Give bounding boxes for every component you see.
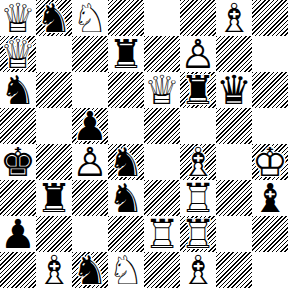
square-e2[interactable]: ♜♖ — [144, 216, 180, 252]
square-h2[interactable] — [252, 216, 288, 252]
black-queen-icon: ♛ — [216, 72, 252, 108]
black-pawn[interactable]: ♟♟ — [0, 216, 36, 252]
white-knight[interactable]: ♞♘ — [72, 0, 108, 36]
square-c4[interactable]: ♟♙ — [72, 144, 108, 180]
square-g6[interactable]: ♛♛ — [216, 72, 252, 108]
white-bishop[interactable]: ♝♗ — [216, 0, 252, 36]
square-e8[interactable] — [144, 0, 180, 36]
white-knight-icon: ♘ — [108, 252, 144, 288]
black-pawn-icon: ♟ — [0, 216, 36, 252]
square-c1[interactable]: ♞♞ — [72, 252, 108, 288]
black-rook[interactable]: ♜♜ — [180, 72, 216, 108]
black-knight[interactable]: ♞♞ — [72, 252, 108, 288]
black-queen[interactable]: ♛♛ — [216, 72, 252, 108]
square-d7[interactable]: ♜♜ — [108, 36, 144, 72]
square-h6[interactable] — [252, 72, 288, 108]
square-d6[interactable] — [108, 72, 144, 108]
square-g5[interactable] — [216, 108, 252, 144]
black-knight-icon: ♞ — [108, 180, 144, 216]
square-a6[interactable]: ♞♞ — [0, 72, 36, 108]
square-c3[interactable] — [72, 180, 108, 216]
square-e1[interactable] — [144, 252, 180, 288]
black-knight-icon: ♞ — [72, 252, 108, 288]
black-knight-icon: ♞ — [36, 0, 72, 36]
white-knight[interactable]: ♞♘ — [108, 252, 144, 288]
square-g2[interactable] — [216, 216, 252, 252]
square-g8[interactable]: ♝♗ — [216, 0, 252, 36]
white-knight-icon: ♘ — [72, 0, 108, 36]
square-h7[interactable] — [252, 36, 288, 72]
black-rook-icon: ♜ — [180, 72, 216, 108]
square-a2[interactable]: ♟♟ — [0, 216, 36, 252]
square-e6[interactable]: ♛♕ — [144, 72, 180, 108]
white-bishop[interactable]: ♝♗ — [36, 252, 72, 288]
square-e4[interactable] — [144, 144, 180, 180]
square-h3[interactable]: ♝♝ — [252, 180, 288, 216]
square-e5[interactable] — [144, 108, 180, 144]
square-h1[interactable] — [252, 252, 288, 288]
black-rook[interactable]: ♜♜ — [36, 180, 72, 216]
square-f6[interactable]: ♜♜ — [180, 72, 216, 108]
square-b3[interactable]: ♜♜ — [36, 180, 72, 216]
square-g4[interactable] — [216, 144, 252, 180]
white-bishop[interactable]: ♝♗ — [180, 252, 216, 288]
black-knight[interactable]: ♞♞ — [36, 0, 72, 36]
black-king[interactable]: ♚♚ — [0, 144, 36, 180]
square-g1[interactable] — [216, 252, 252, 288]
square-g3[interactable] — [216, 180, 252, 216]
square-c8[interactable]: ♞♘ — [72, 0, 108, 36]
black-rook[interactable]: ♜♜ — [108, 36, 144, 72]
white-bishop-icon: ♗ — [180, 252, 216, 288]
square-a1[interactable] — [0, 252, 36, 288]
white-rook[interactable]: ♜♖ — [144, 216, 180, 252]
black-knight[interactable]: ♞♞ — [0, 72, 36, 108]
white-pawn[interactable]: ♟♙ — [72, 144, 108, 180]
white-bishop-icon: ♗ — [36, 252, 72, 288]
square-d1[interactable]: ♞♘ — [108, 252, 144, 288]
black-bishop-icon: ♝ — [252, 180, 288, 216]
square-b7[interactable] — [36, 36, 72, 72]
square-b6[interactable] — [36, 72, 72, 108]
white-pawn-icon: ♙ — [72, 144, 108, 180]
black-knight[interactable]: ♞♞ — [108, 180, 144, 216]
square-d3[interactable]: ♞♞ — [108, 180, 144, 216]
square-c7[interactable] — [72, 36, 108, 72]
white-queen-icon: ♕ — [144, 72, 180, 108]
square-a4[interactable]: ♚♚ — [0, 144, 36, 180]
square-h8[interactable] — [252, 0, 288, 36]
black-king-icon: ♚ — [0, 144, 36, 180]
black-rook-icon: ♜ — [36, 180, 72, 216]
square-f1[interactable]: ♝♗ — [180, 252, 216, 288]
square-b1[interactable]: ♝♗ — [36, 252, 72, 288]
white-queen[interactable]: ♛♕ — [144, 72, 180, 108]
square-b5[interactable] — [36, 108, 72, 144]
chessboard: ♛♕♞♞♞♘♝♗♛♕♜♜♟♙♞♞♛♕♜♜♛♛♟♟♚♚♟♙♞♞♝♗♚♔♜♜♞♞♜♖… — [0, 0, 288, 288]
square-b8[interactable]: ♞♞ — [36, 0, 72, 36]
white-bishop-icon: ♗ — [216, 0, 252, 36]
black-rook-icon: ♜ — [108, 36, 144, 72]
white-rook-icon: ♖ — [144, 216, 180, 252]
black-bishop[interactable]: ♝♝ — [252, 180, 288, 216]
black-knight-icon: ♞ — [0, 72, 36, 108]
